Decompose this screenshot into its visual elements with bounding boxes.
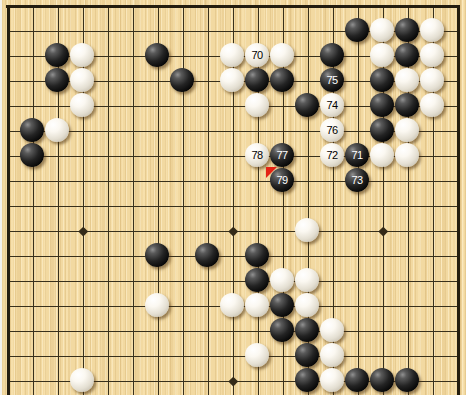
black-stone: 75 xyxy=(320,68,344,92)
white-stone xyxy=(70,93,94,117)
white-stone: 78 xyxy=(245,143,269,167)
white-stone xyxy=(295,268,319,292)
white-stone xyxy=(270,43,294,67)
white-stone xyxy=(420,93,444,117)
go-board[interactable]: 70757476787772717973 xyxy=(0,0,466,395)
white-stone xyxy=(245,343,269,367)
black-stone: 73 xyxy=(345,168,369,192)
black-stone xyxy=(320,43,344,67)
white-stone xyxy=(420,68,444,92)
move-number-label: 71 xyxy=(345,143,369,167)
white-stone xyxy=(295,293,319,317)
move-number-label: 76 xyxy=(320,118,344,142)
white-stone xyxy=(245,93,269,117)
white-stone: 70 xyxy=(245,43,269,67)
black-stone xyxy=(395,43,419,67)
black-stone xyxy=(145,243,169,267)
black-stone: 79 xyxy=(270,168,294,192)
black-stone xyxy=(170,68,194,92)
black-stone xyxy=(295,318,319,342)
black-stone xyxy=(245,68,269,92)
black-stone: 71 xyxy=(345,143,369,167)
go-board-viewer: 70757476787772717973 xyxy=(0,0,466,395)
white-stone xyxy=(320,318,344,342)
black-stone xyxy=(395,368,419,392)
white-stone xyxy=(70,68,94,92)
move-number-label: 78 xyxy=(245,143,269,167)
black-stone xyxy=(370,68,394,92)
white-stone xyxy=(370,143,394,167)
move-number-label: 72 xyxy=(320,143,344,167)
black-stone xyxy=(345,18,369,42)
last-move-red-triangle-marker xyxy=(266,167,277,178)
white-stone: 74 xyxy=(320,93,344,117)
white-stone xyxy=(370,18,394,42)
white-stone xyxy=(420,43,444,67)
white-stone xyxy=(395,118,419,142)
white-stone xyxy=(70,368,94,392)
black-stone xyxy=(370,118,394,142)
black-stone xyxy=(45,68,69,92)
black-stone xyxy=(145,43,169,67)
white-stone xyxy=(245,293,269,317)
black-stone xyxy=(395,93,419,117)
black-stone xyxy=(345,368,369,392)
move-number-label: 77 xyxy=(270,143,294,167)
black-stone xyxy=(270,293,294,317)
black-stone xyxy=(45,43,69,67)
white-stone: 76 xyxy=(320,118,344,142)
black-stone xyxy=(295,93,319,117)
move-number-label: 74 xyxy=(320,93,344,117)
black-stone: 77 xyxy=(270,143,294,167)
black-stone xyxy=(245,268,269,292)
white-stone xyxy=(220,293,244,317)
white-stone xyxy=(45,118,69,142)
white-stone xyxy=(395,68,419,92)
black-stone xyxy=(20,118,44,142)
white-stone xyxy=(395,143,419,167)
move-number-label: 75 xyxy=(320,68,344,92)
black-stone xyxy=(370,93,394,117)
white-stone xyxy=(370,43,394,67)
white-stone xyxy=(320,343,344,367)
black-stone xyxy=(195,243,219,267)
black-stone xyxy=(270,68,294,92)
black-stone xyxy=(295,343,319,367)
white-stone xyxy=(220,43,244,67)
black-stone xyxy=(270,318,294,342)
white-stone xyxy=(295,218,319,242)
white-stone xyxy=(220,68,244,92)
move-number-label: 73 xyxy=(345,168,369,192)
white-stone xyxy=(320,368,344,392)
black-stone xyxy=(245,243,269,267)
white-stone: 72 xyxy=(320,143,344,167)
white-stone xyxy=(420,18,444,42)
white-stone xyxy=(145,293,169,317)
move-number-label: 70 xyxy=(245,43,269,67)
black-stone xyxy=(20,143,44,167)
black-stone xyxy=(295,368,319,392)
black-stone xyxy=(370,368,394,392)
white-stone xyxy=(70,43,94,67)
white-stone xyxy=(270,268,294,292)
stone-grid: 70757476787772717973 xyxy=(0,0,466,394)
window-left-edge xyxy=(0,0,2,395)
black-stone xyxy=(395,18,419,42)
